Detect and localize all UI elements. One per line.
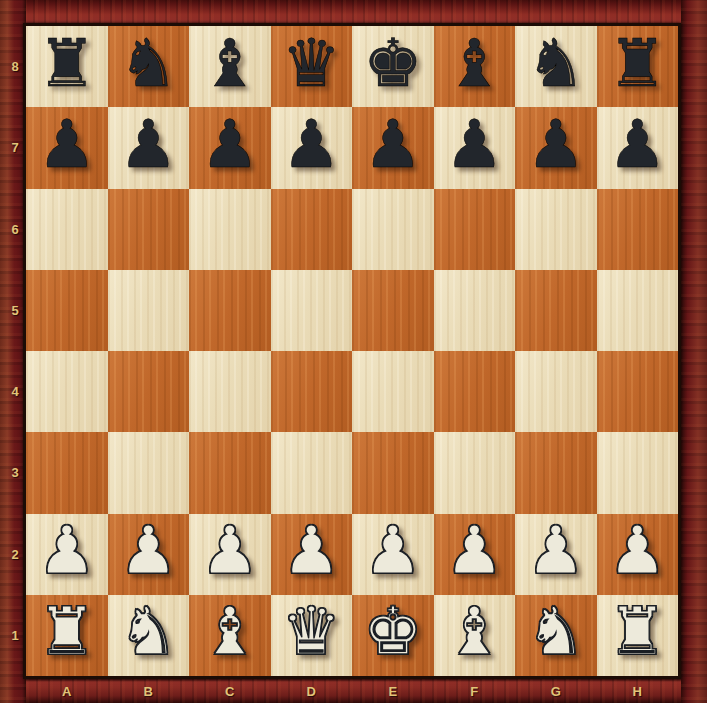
square-a6[interactable] (26, 189, 108, 270)
square-d8[interactable]: ♛ (271, 26, 353, 107)
square-f8[interactable]: ♝ (434, 26, 516, 107)
square-c8[interactable]: ♝ (189, 26, 271, 107)
square-b6[interactable] (108, 189, 190, 270)
rank-label-text-1: 1 (11, 628, 18, 643)
file-label-g: G (515, 679, 597, 703)
piece-white-knight-g1[interactable]: ♞ (526, 599, 585, 665)
rank-label-4: 4 (0, 351, 24, 432)
piece-black-pawn-f7[interactable]: ♟ (445, 112, 504, 178)
piece-black-bishop-c8[interactable]: ♝ (200, 31, 259, 97)
piece-black-rook-h8[interactable]: ♜ (608, 31, 667, 97)
rank-labels: 87654321 (0, 26, 24, 676)
square-g2[interactable]: ♟ (515, 514, 597, 595)
square-e3[interactable] (352, 432, 434, 513)
piece-white-bishop-c1[interactable]: ♝ (200, 599, 259, 665)
square-g6[interactable] (515, 189, 597, 270)
square-e2[interactable]: ♟ (352, 514, 434, 595)
rank-label-2: 2 (0, 514, 24, 595)
square-f2[interactable]: ♟ (434, 514, 516, 595)
square-f1[interactable]: ♝ (434, 595, 516, 676)
square-a1[interactable]: ♜ (26, 595, 108, 676)
square-g3[interactable] (515, 432, 597, 513)
square-h6[interactable] (597, 189, 679, 270)
piece-white-rook-h1[interactable]: ♜ (608, 599, 667, 665)
square-c5[interactable] (189, 270, 271, 351)
square-e7[interactable]: ♟ (352, 107, 434, 188)
square-e6[interactable] (352, 189, 434, 270)
file-label-text-b: B (144, 684, 153, 699)
file-labels: ABCDEFGH (26, 679, 678, 703)
file-label-d: D (271, 679, 353, 703)
rank-label-5: 5 (0, 270, 24, 351)
square-b2[interactable]: ♟ (108, 514, 190, 595)
rank-label-3: 3 (0, 432, 24, 513)
square-g4[interactable] (515, 351, 597, 432)
square-d3[interactable] (271, 432, 353, 513)
square-e4[interactable] (352, 351, 434, 432)
piece-white-pawn-e2[interactable]: ♟ (363, 518, 422, 584)
square-f5[interactable] (434, 270, 516, 351)
square-f4[interactable] (434, 351, 516, 432)
rank-label-text-8: 8 (11, 59, 18, 74)
square-c6[interactable] (189, 189, 271, 270)
board: ♜♞♝♛♚♝♞♜♟♟♟♟♟♟♟♟♟♟♟♟♟♟♟♟♜♞♝♛♚♝♞♜ (26, 26, 678, 676)
square-c7[interactable]: ♟ (189, 107, 271, 188)
square-h7[interactable]: ♟ (597, 107, 679, 188)
square-h1[interactable]: ♜ (597, 595, 679, 676)
square-d5[interactable] (271, 270, 353, 351)
piece-black-pawn-b7[interactable]: ♟ (119, 112, 178, 178)
file-label-text-d: D (307, 684, 316, 699)
square-b1[interactable]: ♞ (108, 595, 190, 676)
board-frame-right (681, 0, 707, 703)
piece-white-pawn-g2[interactable]: ♟ (526, 518, 585, 584)
file-label-text-e: E (388, 684, 397, 699)
piece-white-queen-d1[interactable]: ♛ (282, 599, 341, 665)
square-b7[interactable]: ♟ (108, 107, 190, 188)
file-label-b: B (108, 679, 190, 703)
piece-black-bishop-f8[interactable]: ♝ (445, 31, 504, 97)
piece-black-pawn-h7[interactable]: ♟ (608, 112, 667, 178)
rank-label-1: 1 (0, 595, 24, 676)
piece-white-bishop-f1[interactable]: ♝ (445, 599, 504, 665)
square-h8[interactable]: ♜ (597, 26, 679, 107)
square-c2[interactable]: ♟ (189, 514, 271, 595)
square-f6[interactable] (434, 189, 516, 270)
rank-label-text-2: 2 (11, 547, 18, 562)
file-label-c: C (189, 679, 271, 703)
rank-label-text-3: 3 (11, 465, 18, 480)
square-a2[interactable]: ♟ (26, 514, 108, 595)
square-g5[interactable] (515, 270, 597, 351)
piece-black-pawn-e7[interactable]: ♟ (363, 112, 422, 178)
piece-black-rook-a8[interactable]: ♜ (37, 31, 96, 97)
square-c1[interactable]: ♝ (189, 595, 271, 676)
chess-app-window: ♜♞♝♛♚♝♞♜♟♟♟♟♟♟♟♟♟♟♟♟♟♟♟♟♜♞♝♛♚♝♞♜ 8765432… (0, 0, 707, 703)
square-c3[interactable] (189, 432, 271, 513)
square-g1[interactable]: ♞ (515, 595, 597, 676)
piece-black-knight-b8[interactable]: ♞ (119, 31, 178, 97)
file-label-text-h: H (633, 684, 642, 699)
rank-label-text-5: 5 (11, 303, 18, 318)
square-f7[interactable]: ♟ (434, 107, 516, 188)
rank-label-text-7: 7 (11, 140, 18, 155)
piece-black-pawn-a7[interactable]: ♟ (37, 112, 96, 178)
square-g7[interactable]: ♟ (515, 107, 597, 188)
file-label-text-c: C (225, 684, 234, 699)
square-a4[interactable] (26, 351, 108, 432)
square-d4[interactable] (271, 351, 353, 432)
square-b4[interactable] (108, 351, 190, 432)
square-d6[interactable] (271, 189, 353, 270)
square-h3[interactable] (597, 432, 679, 513)
piece-white-king-e1[interactable]: ♚ (363, 599, 422, 665)
rank-label-text-4: 4 (11, 384, 18, 399)
piece-white-pawn-a2[interactable]: ♟ (37, 518, 96, 584)
square-d2[interactable]: ♟ (271, 514, 353, 595)
square-g8[interactable]: ♞ (515, 26, 597, 107)
rank-label-text-6: 6 (11, 222, 18, 237)
piece-white-knight-b1[interactable]: ♞ (119, 599, 178, 665)
square-d7[interactable]: ♟ (271, 107, 353, 188)
piece-black-knight-g8[interactable]: ♞ (526, 31, 585, 97)
piece-black-king-e8[interactable]: ♚ (363, 31, 422, 97)
file-label-f: F (434, 679, 516, 703)
square-d1[interactable]: ♛ (271, 595, 353, 676)
square-h4[interactable] (597, 351, 679, 432)
square-b5[interactable] (108, 270, 190, 351)
square-e5[interactable] (352, 270, 434, 351)
piece-black-pawn-d7[interactable]: ♟ (282, 112, 341, 178)
piece-white-rook-a1[interactable]: ♜ (37, 599, 96, 665)
square-a8[interactable]: ♜ (26, 26, 108, 107)
piece-black-pawn-g7[interactable]: ♟ (526, 112, 585, 178)
file-label-text-a: A (62, 684, 71, 699)
square-h2[interactable]: ♟ (597, 514, 679, 595)
file-label-text-f: F (470, 684, 478, 699)
square-c4[interactable] (189, 351, 271, 432)
piece-white-pawn-b2[interactable]: ♟ (119, 518, 178, 584)
rank-label-8: 8 (0, 26, 24, 107)
rank-label-6: 6 (0, 189, 24, 270)
file-label-a: A (26, 679, 108, 703)
file-label-h: H (597, 679, 679, 703)
square-f3[interactable] (434, 432, 516, 513)
square-b8[interactable]: ♞ (108, 26, 190, 107)
file-label-e: E (352, 679, 434, 703)
square-a5[interactable] (26, 270, 108, 351)
piece-black-pawn-c7[interactable]: ♟ (200, 112, 259, 178)
piece-white-pawn-f2[interactable]: ♟ (445, 518, 504, 584)
piece-white-pawn-d2[interactable]: ♟ (282, 518, 341, 584)
square-e8[interactable]: ♚ (352, 26, 434, 107)
square-h5[interactable] (597, 270, 679, 351)
piece-black-queen-d8[interactable]: ♛ (282, 31, 341, 97)
square-e1[interactable]: ♚ (352, 595, 434, 676)
piece-white-pawn-c2[interactable]: ♟ (200, 518, 259, 584)
square-a7[interactable]: ♟ (26, 107, 108, 188)
rank-label-7: 7 (0, 107, 24, 188)
square-b3[interactable] (108, 432, 190, 513)
file-label-text-g: G (551, 684, 561, 699)
square-a3[interactable] (26, 432, 108, 513)
piece-white-pawn-h2[interactable]: ♟ (608, 518, 667, 584)
